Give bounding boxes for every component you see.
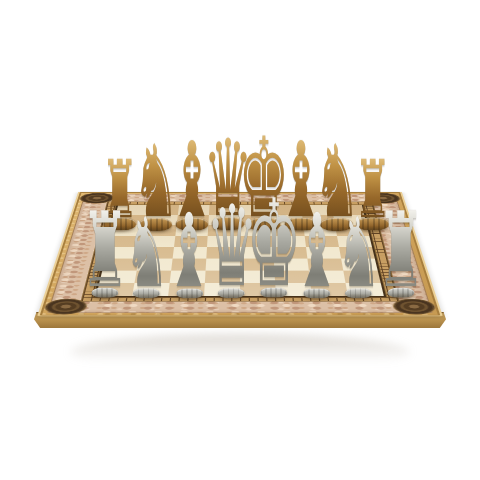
rook-glyph: ♜ — [377, 208, 425, 293]
piece-shadow — [381, 293, 421, 302]
chess-set-photo: ♜♞♝♛♚♝♞♜♜♞♝♛♚♝♞♜ — [0, 0, 480, 480]
pieces-layer: ♜♞♝♛♚♝♞♜♜♞♝♛♚♝♞♜ — [0, 0, 480, 480]
piece-silver-rook-h8: ♜ — [355, 208, 448, 298]
